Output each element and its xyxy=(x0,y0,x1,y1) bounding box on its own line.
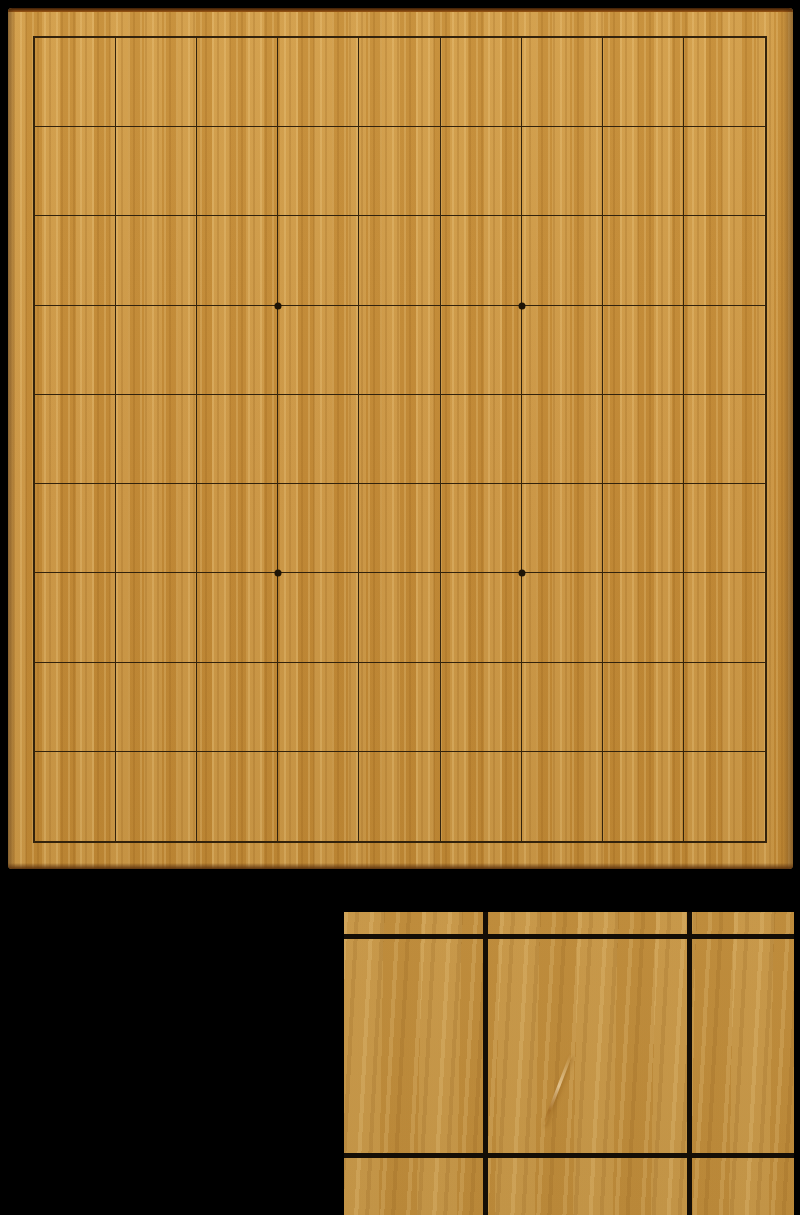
board-cell[interactable] xyxy=(522,216,603,305)
board-cell[interactable] xyxy=(603,216,684,305)
board-cell[interactable] xyxy=(359,663,440,752)
board-cell[interactable] xyxy=(441,306,522,395)
closeup-grid-line-horizontal xyxy=(344,1153,794,1158)
board-cell[interactable] xyxy=(35,663,116,752)
board-cell[interactable] xyxy=(278,752,359,841)
board-cell[interactable] xyxy=(359,573,440,662)
board-cell[interactable] xyxy=(684,663,765,752)
board-cell[interactable] xyxy=(197,484,278,573)
board-cell[interactable] xyxy=(116,127,197,216)
board-cell[interactable] xyxy=(522,573,603,662)
board-cell[interactable] xyxy=(197,663,278,752)
board-cell[interactable] xyxy=(35,38,116,127)
board-cell[interactable] xyxy=(441,752,522,841)
board-cell[interactable] xyxy=(359,395,440,484)
board-left-bevel xyxy=(8,8,15,869)
closeup-grid-line-horizontal xyxy=(344,934,794,939)
board-cell[interactable] xyxy=(35,395,116,484)
board-cell[interactable] xyxy=(603,573,684,662)
board-cell[interactable] xyxy=(359,38,440,127)
board-cell[interactable] xyxy=(197,306,278,395)
board-cell[interactable] xyxy=(522,752,603,841)
board-cell[interactable] xyxy=(603,484,684,573)
board-cell[interactable] xyxy=(522,38,603,127)
board-cell[interactable] xyxy=(684,127,765,216)
board-cell[interactable] xyxy=(603,752,684,841)
board-cell[interactable] xyxy=(684,395,765,484)
board-cell[interactable] xyxy=(116,395,197,484)
board-cell[interactable] xyxy=(278,573,359,662)
board-cell[interactable] xyxy=(35,127,116,216)
board-right-bevel xyxy=(783,8,793,869)
board-grid xyxy=(33,36,767,843)
board-cell[interactable] xyxy=(197,573,278,662)
board-cell[interactable] xyxy=(684,306,765,395)
board-cell[interactable] xyxy=(278,216,359,305)
shogi-board xyxy=(8,8,793,869)
star-point xyxy=(275,570,282,577)
board-cell[interactable] xyxy=(35,306,116,395)
board-cell[interactable] xyxy=(603,306,684,395)
board-cell[interactable] xyxy=(441,573,522,662)
closeup-grid-line-vertical xyxy=(483,912,488,1215)
board-cell[interactable] xyxy=(522,484,603,573)
board-cell[interactable] xyxy=(441,484,522,573)
board-cell[interactable] xyxy=(116,663,197,752)
board-cell[interactable] xyxy=(441,216,522,305)
board-cell[interactable] xyxy=(359,216,440,305)
board-cell[interactable] xyxy=(603,395,684,484)
board-cell[interactable] xyxy=(603,663,684,752)
board-cell[interactable] xyxy=(197,127,278,216)
board-cell[interactable] xyxy=(522,395,603,484)
board-cell[interactable] xyxy=(278,484,359,573)
board-cell[interactable] xyxy=(35,216,116,305)
board-bottom-bevel xyxy=(8,863,793,869)
board-cell[interactable] xyxy=(197,752,278,841)
board-cell[interactable] xyxy=(441,663,522,752)
board-cell[interactable] xyxy=(197,38,278,127)
board-cell[interactable] xyxy=(35,484,116,573)
board-cell[interactable] xyxy=(684,38,765,127)
board-cell[interactable] xyxy=(603,127,684,216)
board-cell[interactable] xyxy=(197,216,278,305)
board-cell[interactable] xyxy=(684,573,765,662)
wood-grain-scratch xyxy=(543,1054,573,1125)
star-point xyxy=(518,302,525,309)
photo-background xyxy=(0,0,800,1215)
board-cell[interactable] xyxy=(116,484,197,573)
board-cell[interactable] xyxy=(522,663,603,752)
board-cell[interactable] xyxy=(522,306,603,395)
board-cell[interactable] xyxy=(684,752,765,841)
star-point xyxy=(275,302,282,309)
board-cell[interactable] xyxy=(116,573,197,662)
board-cell[interactable] xyxy=(116,752,197,841)
board-cell[interactable] xyxy=(116,38,197,127)
board-cell[interactable] xyxy=(278,306,359,395)
board-cell[interactable] xyxy=(359,484,440,573)
board-cell[interactable] xyxy=(278,663,359,752)
star-point xyxy=(518,570,525,577)
board-cell[interactable] xyxy=(603,38,684,127)
board-cell[interactable] xyxy=(441,395,522,484)
board-cell[interactable] xyxy=(522,127,603,216)
board-cell[interactable] xyxy=(359,306,440,395)
board-cell[interactable] xyxy=(441,38,522,127)
board-closeup-inset xyxy=(344,912,794,1215)
board-cell[interactable] xyxy=(35,573,116,662)
board-cell[interactable] xyxy=(278,127,359,216)
board-cell[interactable] xyxy=(684,484,765,573)
board-cell[interactable] xyxy=(116,306,197,395)
board-cell[interactable] xyxy=(278,395,359,484)
board-cell[interactable] xyxy=(278,38,359,127)
board-top-bevel xyxy=(8,8,793,12)
board-cell[interactable] xyxy=(359,752,440,841)
board-cell[interactable] xyxy=(116,216,197,305)
board-cell[interactable] xyxy=(35,752,116,841)
board-cell[interactable] xyxy=(197,395,278,484)
board-cell[interactable] xyxy=(684,216,765,305)
closeup-grid-line-vertical xyxy=(687,912,692,1215)
board-cell[interactable] xyxy=(359,127,440,216)
board-cell[interactable] xyxy=(441,127,522,216)
